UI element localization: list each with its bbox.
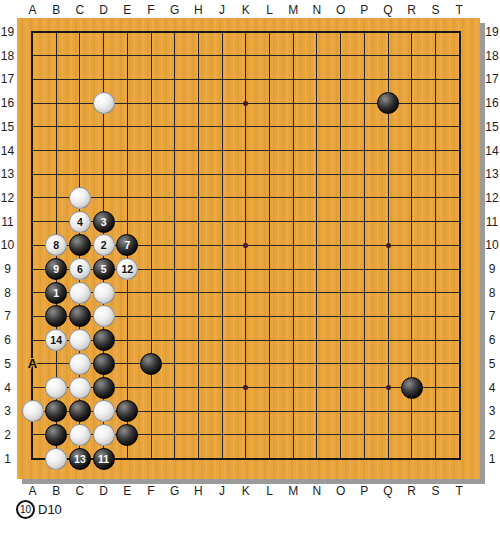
stone-black-D4: [93, 377, 115, 399]
col-label-top-L: L: [258, 3, 282, 17]
stone-white-C2: [69, 424, 91, 446]
row-label-right-2: 2: [484, 428, 500, 442]
col-label-top-A: A: [21, 3, 45, 17]
row-label-right-9: 9: [484, 262, 500, 276]
stone-white-C9: 6: [69, 258, 91, 280]
row-label-left-14: 14: [0, 144, 15, 158]
stone-black-B2: [45, 424, 67, 446]
row-label-left-16: 16: [0, 96, 15, 110]
stone-white-D16: [93, 92, 115, 114]
row-label-right-14: 14: [484, 144, 500, 158]
move-10-stone-icon: 10: [16, 500, 35, 519]
col-label-bottom-G: G: [163, 484, 187, 498]
col-label-bottom-N: N: [305, 484, 329, 498]
row-label-right-6: 6: [484, 333, 500, 347]
col-label-bottom-T: T: [447, 484, 471, 498]
row-label-right-11: 11: [484, 215, 500, 229]
stone-black-D1: 11: [93, 448, 115, 470]
row-label-left-11: 11: [0, 215, 15, 229]
row-label-left-9: 9: [0, 262, 15, 276]
stone-white-D3: [93, 400, 115, 422]
col-label-top-G: G: [163, 3, 187, 17]
stone-white-C11: 4: [69, 211, 91, 233]
stone-white-A3: [22, 400, 44, 422]
col-label-bottom-B: B: [44, 484, 68, 498]
stone-white-C12: [69, 187, 91, 209]
stone-white-C6: [69, 329, 91, 351]
col-label-bottom-C: C: [68, 484, 92, 498]
go-diagram-page: 43827965121141311A 10 D10 AABBCCDDEEFFGG…: [0, 0, 500, 537]
row-label-left-5: 5: [0, 357, 15, 371]
row-label-right-7: 7: [484, 309, 500, 323]
row-label-right-4: 4: [484, 381, 500, 395]
row-label-right-8: 8: [484, 286, 500, 300]
col-label-top-E: E: [115, 3, 139, 17]
stone-white-C5: [69, 353, 91, 375]
col-label-bottom-H: H: [186, 484, 210, 498]
col-label-top-O: O: [329, 3, 353, 17]
stone-black-Q16: [377, 92, 399, 114]
stone-white-D7: [93, 305, 115, 327]
row-label-left-17: 17: [0, 72, 15, 86]
col-label-top-N: N: [305, 3, 329, 17]
move-annotation: 10 D10: [16, 500, 62, 519]
col-label-bottom-L: L: [258, 484, 282, 498]
col-label-top-J: J: [210, 3, 234, 17]
col-label-top-M: M: [281, 3, 305, 17]
stone-black-F5: [140, 353, 162, 375]
stone-white-D10: 2: [93, 234, 115, 256]
stone-white-B4: [45, 377, 67, 399]
stone-black-B8: 1: [45, 282, 67, 304]
row-label-right-13: 13: [484, 167, 500, 181]
stone-black-D9: 5: [93, 258, 115, 280]
col-label-top-B: B: [44, 3, 68, 17]
col-label-bottom-J: J: [210, 484, 234, 498]
col-label-bottom-D: D: [92, 484, 116, 498]
row-label-left-19: 19: [0, 25, 15, 39]
col-label-top-S: S: [423, 3, 447, 17]
row-label-left-7: 7: [0, 309, 15, 323]
row-label-left-1: 1: [0, 452, 15, 466]
col-label-top-C: C: [68, 3, 92, 17]
row-label-right-1: 1: [484, 452, 500, 466]
stone-black-C3: [69, 400, 91, 422]
row-label-right-5: 5: [484, 357, 500, 371]
row-label-right-15: 15: [484, 120, 500, 134]
col-label-bottom-P: P: [352, 484, 376, 498]
row-label-left-3: 3: [0, 404, 15, 418]
stone-black-R4: [401, 377, 423, 399]
col-label-top-H: H: [186, 3, 210, 17]
col-label-top-D: D: [92, 3, 116, 17]
col-label-top-P: P: [352, 3, 376, 17]
row-label-right-12: 12: [484, 191, 500, 205]
row-label-left-8: 8: [0, 286, 15, 300]
row-label-right-10: 10: [484, 238, 500, 252]
row-label-left-12: 12: [0, 191, 15, 205]
stone-black-D5: [93, 353, 115, 375]
row-label-left-2: 2: [0, 428, 15, 442]
col-label-top-Q: Q: [376, 3, 400, 17]
point-marker-A5: A: [26, 356, 40, 371]
col-label-top-T: T: [447, 3, 471, 17]
col-label-bottom-K: K: [234, 484, 258, 498]
row-label-left-6: 6: [0, 333, 15, 347]
col-label-bottom-F: F: [139, 484, 163, 498]
col-label-bottom-Q: Q: [376, 484, 400, 498]
row-label-left-13: 13: [0, 167, 15, 181]
row-label-right-19: 19: [484, 25, 500, 39]
stone-black-D6: [93, 329, 115, 351]
col-label-bottom-R: R: [400, 484, 424, 498]
col-label-bottom-E: E: [115, 484, 139, 498]
row-label-right-3: 3: [484, 404, 500, 418]
col-label-bottom-M: M: [281, 484, 305, 498]
star-point-Q10: [386, 243, 391, 248]
row-label-left-4: 4: [0, 381, 15, 395]
move-10-coordinate: D10: [38, 502, 62, 517]
col-label-top-R: R: [400, 3, 424, 17]
stone-white-D2: [93, 424, 115, 446]
go-board[interactable]: 43827965121141311A: [17, 18, 480, 479]
col-label-top-F: F: [139, 3, 163, 17]
col-label-bottom-A: A: [21, 484, 45, 498]
row-label-right-16: 16: [484, 96, 500, 110]
col-label-top-K: K: [234, 3, 258, 17]
stone-white-C4: [69, 377, 91, 399]
stone-white-B1: [45, 448, 67, 470]
stone-white-C8: [69, 282, 91, 304]
row-label-left-10: 10: [0, 238, 15, 252]
row-label-right-17: 17: [484, 72, 500, 86]
stone-black-C1: 13: [69, 448, 91, 470]
col-label-bottom-S: S: [423, 484, 447, 498]
col-label-bottom-O: O: [329, 484, 353, 498]
row-label-left-18: 18: [0, 49, 15, 63]
star-point-Q4: [386, 385, 391, 390]
stone-black-D11: 3: [93, 211, 115, 233]
row-label-right-18: 18: [484, 49, 500, 63]
star-point-K16: [243, 101, 248, 106]
stone-white-D8: [93, 282, 115, 304]
row-label-left-15: 15: [0, 120, 15, 134]
